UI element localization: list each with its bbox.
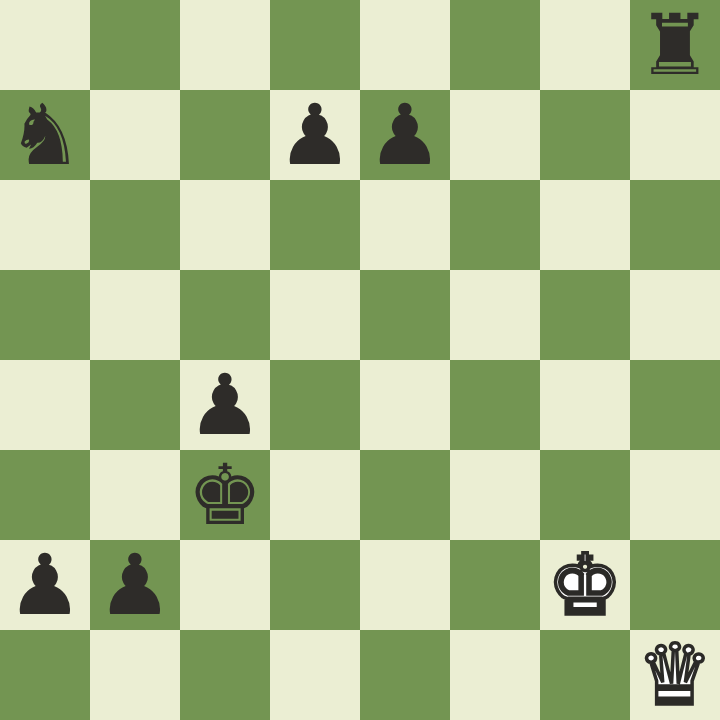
square-g5[interactable]	[540, 270, 630, 360]
square-f4[interactable]	[450, 360, 540, 450]
square-g8[interactable]	[540, 0, 630, 90]
piece-black-pawn[interactable]: ♟	[7, 540, 82, 630]
square-f1[interactable]	[450, 630, 540, 720]
square-h4[interactable]	[630, 360, 720, 450]
square-d2[interactable]	[270, 540, 360, 630]
piece-black-pawn[interactable]: ♟	[277, 90, 352, 180]
square-a6[interactable]	[0, 180, 90, 270]
piece-black-king[interactable]: ♚	[187, 450, 262, 540]
square-e2[interactable]	[360, 540, 450, 630]
square-c7[interactable]	[180, 90, 270, 180]
square-c8[interactable]	[180, 0, 270, 90]
square-h7[interactable]	[630, 90, 720, 180]
square-c1[interactable]	[180, 630, 270, 720]
square-d7[interactable]: ♟	[270, 90, 360, 180]
square-b3[interactable]	[90, 450, 180, 540]
square-e4[interactable]	[360, 360, 450, 450]
square-a2[interactable]: ♟	[0, 540, 90, 630]
square-a5[interactable]	[0, 270, 90, 360]
square-b7[interactable]	[90, 90, 180, 180]
piece-black-knight[interactable]: ♞	[7, 90, 82, 180]
square-e1[interactable]	[360, 630, 450, 720]
square-f3[interactable]	[450, 450, 540, 540]
piece-white-queen[interactable]: ♛	[637, 630, 712, 720]
square-c6[interactable]	[180, 180, 270, 270]
square-h6[interactable]	[630, 180, 720, 270]
square-g3[interactable]	[540, 450, 630, 540]
square-h8[interactable]: ♜	[630, 0, 720, 90]
square-g2[interactable]: ♚	[540, 540, 630, 630]
square-f6[interactable]	[450, 180, 540, 270]
square-c4[interactable]: ♟	[180, 360, 270, 450]
square-e8[interactable]	[360, 0, 450, 90]
square-a3[interactable]	[0, 450, 90, 540]
square-f2[interactable]	[450, 540, 540, 630]
chess-board: ♜♞♟♟♟♚♟♟♚♛	[0, 0, 720, 720]
square-a1[interactable]	[0, 630, 90, 720]
square-d8[interactable]	[270, 0, 360, 90]
square-f8[interactable]	[450, 0, 540, 90]
square-f5[interactable]	[450, 270, 540, 360]
square-g1[interactable]	[540, 630, 630, 720]
square-d3[interactable]	[270, 450, 360, 540]
piece-black-rook[interactable]: ♜	[637, 0, 712, 90]
square-c2[interactable]	[180, 540, 270, 630]
square-a7[interactable]: ♞	[0, 90, 90, 180]
piece-white-king[interactable]: ♚	[547, 540, 622, 630]
square-b6[interactable]	[90, 180, 180, 270]
piece-black-pawn[interactable]: ♟	[187, 360, 262, 450]
piece-black-pawn[interactable]: ♟	[97, 540, 172, 630]
square-c5[interactable]	[180, 270, 270, 360]
square-e7[interactable]: ♟	[360, 90, 450, 180]
square-g7[interactable]	[540, 90, 630, 180]
square-b1[interactable]	[90, 630, 180, 720]
square-e3[interactable]	[360, 450, 450, 540]
square-d5[interactable]	[270, 270, 360, 360]
square-e5[interactable]	[360, 270, 450, 360]
square-a4[interactable]	[0, 360, 90, 450]
piece-black-pawn[interactable]: ♟	[367, 90, 442, 180]
square-d1[interactable]	[270, 630, 360, 720]
square-c3[interactable]: ♚	[180, 450, 270, 540]
square-a8[interactable]	[0, 0, 90, 90]
square-h5[interactable]	[630, 270, 720, 360]
square-e6[interactable]	[360, 180, 450, 270]
square-b5[interactable]	[90, 270, 180, 360]
square-h1[interactable]: ♛	[630, 630, 720, 720]
square-g4[interactable]	[540, 360, 630, 450]
square-b4[interactable]	[90, 360, 180, 450]
square-b8[interactable]	[90, 0, 180, 90]
square-d6[interactable]	[270, 180, 360, 270]
square-f7[interactable]	[450, 90, 540, 180]
square-b2[interactable]: ♟	[90, 540, 180, 630]
square-g6[interactable]	[540, 180, 630, 270]
square-h3[interactable]	[630, 450, 720, 540]
square-h2[interactable]	[630, 540, 720, 630]
square-d4[interactable]	[270, 360, 360, 450]
